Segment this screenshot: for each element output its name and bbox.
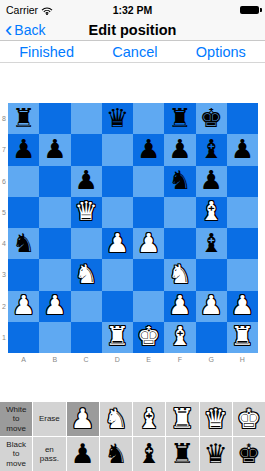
white-king-icon: ♚: [237, 405, 261, 432]
square-c4[interactable]: [71, 228, 102, 259]
square-e8[interactable]: [133, 103, 164, 134]
square-a1[interactable]: [8, 322, 39, 353]
square-g3[interactable]: [196, 259, 227, 290]
back-button[interactable]: ‹ Back: [0, 22, 45, 38]
square-b2[interactable]: ♟: [39, 291, 70, 322]
rank-label-7: 7: [0, 134, 8, 165]
white-pawn-icon: ♟: [71, 405, 95, 432]
status-bar: Carrier 1:32 PM: [0, 0, 265, 20]
rank-label-5: 5: [0, 197, 8, 228]
square-b7[interactable]: ♟: [39, 134, 70, 165]
finished-button[interactable]: Finished: [19, 44, 74, 60]
square-f4[interactable]: [164, 228, 195, 259]
black-pawn: ♟: [199, 167, 222, 193]
square-a5[interactable]: [8, 197, 39, 228]
square-f8[interactable]: ♜: [164, 103, 195, 134]
file-label-h: H: [227, 353, 258, 366]
black-to-move-button-label: Black to move: [6, 440, 26, 468]
white-queen: ♛: [74, 198, 97, 224]
rank-label-4: 4: [0, 228, 8, 259]
erase-button[interactable]: Erase: [33, 402, 65, 436]
square-h3[interactable]: [227, 259, 258, 290]
white-pawn: ♟: [43, 292, 66, 318]
nav-bar: ‹ Back Edit position: [0, 20, 265, 41]
square-g2[interactable]: ♟: [196, 291, 227, 322]
square-h4[interactable]: [227, 228, 258, 259]
file-label-a: A: [8, 353, 39, 366]
palette-white-knight[interactable]: ♞: [100, 402, 132, 436]
square-h2[interactable]: ♟: [227, 291, 258, 322]
white-pawn: ♟: [106, 230, 129, 256]
white-to-move-button-label: White to move: [6, 405, 26, 433]
cancel-button[interactable]: Cancel: [112, 44, 157, 60]
black-pawn: ♟: [231, 136, 254, 162]
square-a8[interactable]: ♜: [8, 103, 39, 134]
square-e1[interactable]: ♚: [133, 322, 164, 353]
square-b1[interactable]: [39, 322, 70, 353]
black-pawn: ♟: [43, 136, 66, 162]
square-d3[interactable]: [102, 259, 133, 290]
square-a7[interactable]: ♟: [8, 134, 39, 165]
black-queen: ♛: [106, 105, 129, 131]
file-label-c: C: [71, 353, 102, 366]
square-d5[interactable]: [102, 197, 133, 228]
white-knight: ♞: [74, 261, 97, 287]
square-d1[interactable]: ♜: [102, 322, 133, 353]
square-g4[interactable]: ♝: [196, 228, 227, 259]
square-f5[interactable]: [164, 197, 195, 228]
black-pawn: ♟: [74, 167, 97, 193]
black-pawn: ♟: [137, 136, 160, 162]
square-g1[interactable]: [196, 322, 227, 353]
square-h8[interactable]: [227, 103, 258, 134]
palette-black-king[interactable]: ♚: [233, 437, 265, 471]
black-king-icon: ♚: [237, 440, 261, 467]
square-c3[interactable]: ♞: [71, 259, 102, 290]
white-queen-icon: ♛: [204, 405, 228, 432]
square-a3[interactable]: [8, 259, 39, 290]
rank-label-1: 1: [0, 322, 8, 353]
rank-label-3: 3: [0, 259, 8, 290]
black-bishop: ♝: [199, 136, 222, 162]
palette-white-king[interactable]: ♚: [233, 402, 265, 436]
square-b4[interactable]: [39, 228, 70, 259]
square-b8[interactable]: [39, 103, 70, 134]
wifi-icon: [41, 6, 53, 15]
file-label-e: E: [133, 353, 164, 366]
palette-white-queen[interactable]: ♛: [200, 402, 232, 436]
square-c5[interactable]: ♛: [71, 197, 102, 228]
square-g6[interactable]: ♟: [196, 166, 227, 197]
palette-black-knight[interactable]: ♞: [100, 437, 132, 471]
white-bishop: ♝: [199, 198, 222, 224]
white-pawn: ♟: [231, 292, 254, 318]
black-king: ♚: [199, 105, 222, 131]
white-pawn: ♟: [199, 292, 222, 318]
white-knight: ♞: [168, 261, 191, 287]
black-rook: ♜: [12, 105, 35, 131]
carrier-label: Carrier: [6, 4, 38, 16]
en-passant-button-label: en pass.: [40, 445, 59, 463]
black-queen-icon: ♛: [204, 440, 228, 467]
black-pawn: ♟: [12, 136, 35, 162]
square-f7[interactable]: ♟: [164, 134, 195, 165]
square-g8[interactable]: ♚: [196, 103, 227, 134]
square-d2[interactable]: [102, 291, 133, 322]
black-bishop-icon: ♝: [137, 440, 161, 467]
back-label: Back: [14, 22, 45, 38]
file-label-b: B: [39, 353, 70, 366]
piece-palette: White to moveErase♟♞♝♜♛♚Black to moveen …: [0, 402, 265, 471]
black-knight-icon: ♞: [104, 440, 128, 467]
black-knight: ♞: [12, 230, 35, 256]
erase-button-label: Erase: [39, 414, 60, 423]
black-to-move-button[interactable]: Black to move: [0, 437, 32, 471]
square-e4[interactable]: ♟: [133, 228, 164, 259]
square-f6[interactable]: ♞: [164, 166, 195, 197]
file-label-g: G: [196, 353, 227, 366]
square-e6[interactable]: [133, 166, 164, 197]
white-knight-icon: ♞: [104, 405, 128, 432]
en-passant-button[interactable]: en pass.: [33, 437, 65, 471]
rank-label-8: 8: [0, 103, 8, 134]
square-f3[interactable]: ♞: [164, 259, 195, 290]
black-rook-icon: ♜: [170, 440, 194, 467]
white-rook-icon: ♜: [170, 405, 194, 432]
square-h5[interactable]: [227, 197, 258, 228]
black-pawn-icon: ♟: [71, 440, 95, 467]
square-h1[interactable]: ♜: [227, 322, 258, 353]
square-c1[interactable]: [71, 322, 102, 353]
palette-white-rook[interactable]: ♜: [166, 402, 198, 436]
white-pawn: ♟: [137, 230, 160, 256]
white-rook: ♜: [106, 323, 129, 349]
black-knight: ♞: [168, 167, 191, 193]
square-a4[interactable]: ♞: [8, 228, 39, 259]
white-pawn: ♟: [168, 292, 191, 318]
square-a6[interactable]: [8, 166, 39, 197]
square-b3[interactable]: [39, 259, 70, 290]
palette-black-queen[interactable]: ♛: [200, 437, 232, 471]
square-b5[interactable]: [39, 197, 70, 228]
palette-white-pawn[interactable]: ♟: [67, 402, 99, 436]
square-d6[interactable]: [102, 166, 133, 197]
palette-white-bishop[interactable]: ♝: [133, 402, 165, 436]
palette-black-pawn[interactable]: ♟: [67, 437, 99, 471]
square-c7[interactable]: [71, 134, 102, 165]
square-a2[interactable]: ♟: [8, 291, 39, 322]
rank-label-6: 6: [0, 166, 8, 197]
square-e2[interactable]: [133, 291, 164, 322]
white-bishop: ♝: [168, 323, 191, 349]
square-h7[interactable]: ♟: [227, 134, 258, 165]
battery-icon: [240, 6, 259, 14]
square-f1[interactable]: ♝: [164, 322, 195, 353]
toolbar: Finished Cancel Options: [0, 42, 265, 63]
square-f2[interactable]: ♟: [164, 291, 195, 322]
square-c6[interactable]: ♟: [71, 166, 102, 197]
square-h6[interactable]: [227, 166, 258, 197]
square-d7[interactable]: [102, 134, 133, 165]
file-labels: ABCDEFGH: [8, 353, 258, 366]
black-rook: ♜: [168, 105, 191, 131]
file-label-f: F: [164, 353, 195, 366]
white-to-move-button[interactable]: White to move: [0, 402, 32, 436]
square-b6[interactable]: [39, 166, 70, 197]
square-d4[interactable]: ♟: [102, 228, 133, 259]
square-e5[interactable]: [133, 197, 164, 228]
square-g5[interactable]: ♝: [196, 197, 227, 228]
palette-black-bishop[interactable]: ♝: [133, 437, 165, 471]
white-rook: ♜: [231, 323, 254, 349]
black-bishop: ♝: [199, 230, 222, 256]
square-e3[interactable]: [133, 259, 164, 290]
square-d8[interactable]: ♛: [102, 103, 133, 134]
options-button[interactable]: Options: [196, 44, 246, 60]
palette-black-rook[interactable]: ♜: [166, 437, 198, 471]
rank-label-2: 2: [0, 291, 8, 322]
back-chevron-icon: ‹: [5, 23, 12, 37]
square-c2[interactable]: [71, 291, 102, 322]
black-pawn: ♟: [168, 136, 191, 162]
white-bishop-icon: ♝: [137, 405, 161, 432]
square-g7[interactable]: ♝: [196, 134, 227, 165]
white-pawn: ♟: [12, 292, 35, 318]
square-e7[interactable]: ♟: [133, 134, 164, 165]
file-label-d: D: [102, 353, 133, 366]
white-king: ♚: [137, 323, 160, 349]
square-c8[interactable]: [71, 103, 102, 134]
chess-board: ♜♛♜♚♟♟♟♟♝♟♟♞♟♛♝♞♟♟♝♞♞♟♟♟♟♟♜♚♝♜: [8, 103, 258, 353]
rank-labels: 87654321: [0, 103, 8, 353]
